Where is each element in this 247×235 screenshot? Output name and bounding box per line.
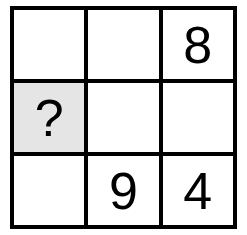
grid-cell-r0c1[interactable] [88, 10, 158, 79]
grid-cell-r2c0[interactable] [14, 156, 84, 225]
grid-cell-r2c2: 4 [163, 156, 233, 225]
grid-cell-r0c0[interactable] [14, 10, 84, 79]
grid-cell-r1c0-question[interactable]: ? [14, 83, 84, 152]
grid-cell-r2c1: 9 [88, 156, 158, 225]
grid-cell-r1c1[interactable] [88, 83, 158, 152]
puzzle-grid: 8 ? 9 4 [10, 6, 237, 229]
grid-cell-r1c2[interactable] [163, 83, 233, 152]
grid-cell-r0c2: 8 [163, 10, 233, 79]
